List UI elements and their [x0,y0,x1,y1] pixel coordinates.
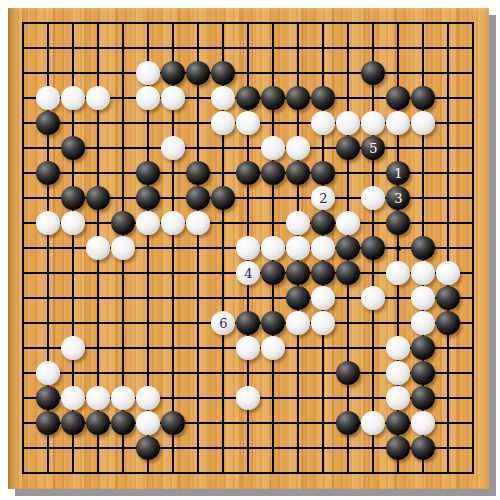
black-stone [311,86,335,110]
black-stone [436,311,460,335]
go-board[interactable]: 512346 [8,8,489,489]
white-stone [386,386,410,410]
black-stone [236,311,260,335]
white-stone [86,86,110,110]
white-stone [186,211,210,235]
black-stone [86,411,110,435]
black-stone [336,261,360,285]
white-stone [411,261,435,285]
white-stone [386,111,410,135]
white-stone [136,386,160,410]
black-stone: 5 [361,136,385,160]
black-stone [336,411,360,435]
black-stone [386,411,410,435]
white-stone [311,311,335,335]
black-stone [261,161,285,185]
move-number-label: 3 [394,192,402,205]
white-stone [261,236,285,260]
black-stone [436,286,460,310]
white-stone: 6 [211,311,235,335]
white-stone [36,361,60,385]
move-number-label: 1 [394,167,402,180]
black-stone [411,386,435,410]
black-stone [336,236,360,260]
grid-line-vertical [447,22,449,474]
white-stone [61,211,85,235]
black-stone [311,161,335,185]
white-stone [336,211,360,235]
white-stone [336,111,360,135]
white-stone [361,186,385,210]
white-stone [136,211,160,235]
move-number-label: 4 [244,267,252,280]
white-stone [361,111,385,135]
white-stone [361,286,385,310]
black-stone [361,61,385,85]
white-stone [61,86,85,110]
white-stone [311,286,335,310]
white-stone [386,336,410,360]
white-stone [61,336,85,360]
white-stone [411,311,435,335]
black-stone: 3 [386,186,410,210]
black-stone [61,411,85,435]
white-stone [136,411,160,435]
white-stone [411,286,435,310]
black-stone [286,286,310,310]
black-stone [161,411,185,435]
move-number-label: 6 [219,317,227,330]
white-stone [61,386,85,410]
white-stone [361,411,385,435]
white-stone [286,136,310,160]
white-stone: 4 [236,261,260,285]
white-stone [86,236,110,260]
black-stone [336,136,360,160]
black-stone: 1 [386,161,410,185]
black-stone [386,436,410,460]
black-stone [186,186,210,210]
black-stone [411,361,435,385]
grid-line-horizontal [22,472,474,474]
white-stone [136,86,160,110]
black-stone [161,61,185,85]
black-stone [36,411,60,435]
black-stone [286,161,310,185]
white-stone [386,261,410,285]
black-stone [136,161,160,185]
black-stone [36,386,60,410]
white-stone [436,261,460,285]
white-stone [36,86,60,110]
white-stone [411,111,435,135]
white-stone [286,236,310,260]
black-stone [111,211,135,235]
black-stone [136,436,160,460]
white-stone [311,236,335,260]
black-stone [386,86,410,110]
white-stone [161,136,185,160]
move-number-label: 2 [319,192,327,205]
black-stone [186,61,210,85]
white-stone [236,336,260,360]
white-stone [161,211,185,235]
move-number-label: 5 [369,142,377,155]
black-stone [236,161,260,185]
black-stone [61,186,85,210]
white-stone [211,86,235,110]
white-stone [111,386,135,410]
black-stone [261,311,285,335]
star-point [396,246,401,251]
black-stone [411,436,435,460]
black-stone [186,161,210,185]
black-stone [111,411,135,435]
white-stone [36,211,60,235]
white-stone [286,311,310,335]
black-stone [286,261,310,285]
black-stone [86,186,110,210]
white-stone [161,86,185,110]
white-stone [411,411,435,435]
white-stone [236,236,260,260]
black-stone [386,211,410,235]
white-stone [261,336,285,360]
white-stone: 2 [311,186,335,210]
black-stone [286,86,310,110]
white-stone [311,111,335,135]
white-stone [386,361,410,385]
white-stone [286,211,310,235]
black-stone [336,361,360,385]
black-stone [411,236,435,260]
white-stone [236,111,260,135]
white-stone [111,236,135,260]
white-stone [136,61,160,85]
black-stone [311,261,335,285]
black-stone [36,111,60,135]
go-diagram-page: 512346 [0,0,500,500]
black-stone [136,186,160,210]
black-stone [36,161,60,185]
black-stone [311,211,335,235]
black-stone [211,61,235,85]
white-stone [236,386,260,410]
black-stone [211,186,235,210]
black-stone [61,136,85,160]
black-stone [361,236,385,260]
black-stone [261,86,285,110]
white-stone [261,136,285,160]
black-stone [261,261,285,285]
white-stone [211,111,235,135]
black-stone [411,86,435,110]
white-stone [86,386,110,410]
black-stone [411,336,435,360]
grid-line-vertical [472,22,474,474]
black-stone [236,86,260,110]
grid-line-horizontal [22,297,474,299]
